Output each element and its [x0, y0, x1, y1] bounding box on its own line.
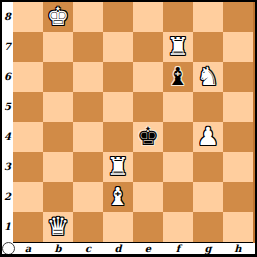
square-f1: [163, 212, 193, 242]
square-g4: ♟: [193, 122, 223, 152]
square-c7: [73, 32, 103, 62]
square-g6: ♞: [193, 62, 223, 92]
square-d5: [103, 92, 133, 122]
square-b8: ♚: [43, 2, 73, 32]
file-label-e: e: [133, 243, 163, 254]
white-rook: ♜: [163, 32, 193, 62]
square-h1: [223, 212, 253, 242]
square-c1: [73, 212, 103, 242]
square-a7: [13, 32, 43, 62]
square-e7: [133, 32, 163, 62]
file-label-h: h: [223, 243, 253, 254]
file-label-g: g: [193, 243, 223, 254]
square-g8: [193, 2, 223, 32]
file-label-f: f: [163, 243, 193, 254]
rank-label-4: 4: [2, 122, 13, 152]
square-d8: [103, 2, 133, 32]
file-label-c: c: [73, 243, 103, 254]
file-label-b: b: [43, 243, 73, 254]
square-h6: [223, 62, 253, 92]
black-bishop: ♝: [163, 62, 193, 92]
square-b6: [43, 62, 73, 92]
square-f4: [163, 122, 193, 152]
square-d3: ♜: [103, 152, 133, 182]
square-b2: [43, 182, 73, 212]
rank-label-2: 2: [2, 182, 13, 212]
square-g3: [193, 152, 223, 182]
square-f5: [163, 92, 193, 122]
square-b5: [43, 92, 73, 122]
square-e3: [133, 152, 163, 182]
square-c3: [73, 152, 103, 182]
chess-board: ♚♜♝♞♚♟♜♝♛: [13, 2, 253, 243]
square-d4: [103, 122, 133, 152]
square-c2: [73, 182, 103, 212]
square-f6: ♝: [163, 62, 193, 92]
square-a4: [13, 122, 43, 152]
board-right-edge: [253, 2, 255, 243]
square-h5: [223, 92, 253, 122]
square-e5: [133, 92, 163, 122]
square-a6: [13, 62, 43, 92]
square-c8: [73, 2, 103, 32]
square-e1: [133, 212, 163, 242]
chess-diagram: ♚♜♝♞♚♟♜♝♛ 87654321abcdefgh: [0, 0, 257, 257]
file-label-a: a: [13, 243, 43, 254]
black-king: ♚: [133, 122, 163, 152]
square-g2: [193, 182, 223, 212]
square-e2: [133, 182, 163, 212]
square-f2: [163, 182, 193, 212]
square-e8: [133, 2, 163, 32]
square-f8: [163, 2, 193, 32]
white-king: ♚: [43, 2, 73, 32]
square-d6: [103, 62, 133, 92]
square-b4: [43, 122, 73, 152]
white-knight: ♞: [193, 62, 223, 92]
rank-label-1: 1: [2, 212, 13, 242]
square-g7: [193, 32, 223, 62]
square-b7: [43, 32, 73, 62]
white-pawn: ♟: [193, 122, 223, 152]
square-f3: [163, 152, 193, 182]
square-b3: [43, 152, 73, 182]
square-e6: [133, 62, 163, 92]
white-queen: ♛: [43, 212, 73, 242]
square-h8: [223, 2, 253, 32]
square-a5: [13, 92, 43, 122]
square-g1: [193, 212, 223, 242]
square-f7: ♜: [163, 32, 193, 62]
square-h7: [223, 32, 253, 62]
square-g5: [193, 92, 223, 122]
square-c6: [73, 62, 103, 92]
square-a3: [13, 152, 43, 182]
rank-label-6: 6: [2, 62, 13, 92]
square-h4: [223, 122, 253, 152]
white-rook: ♜: [103, 152, 133, 182]
rank-label-8: 8: [2, 2, 13, 32]
file-label-d: d: [103, 243, 133, 254]
square-c5: [73, 92, 103, 122]
rank-label-3: 3: [2, 152, 13, 182]
rank-label-7: 7: [2, 32, 13, 62]
square-a8: [13, 2, 43, 32]
square-a1: [13, 212, 43, 242]
square-h3: [223, 152, 253, 182]
square-h2: [223, 182, 253, 212]
rank-label-5: 5: [2, 92, 13, 122]
square-e4: ♚: [133, 122, 163, 152]
square-d2: ♝: [103, 182, 133, 212]
white-bishop: ♝: [103, 182, 133, 212]
square-d7: [103, 32, 133, 62]
square-b1: ♛: [43, 212, 73, 242]
square-c4: [73, 122, 103, 152]
square-d1: [103, 212, 133, 242]
square-a2: [13, 182, 43, 212]
